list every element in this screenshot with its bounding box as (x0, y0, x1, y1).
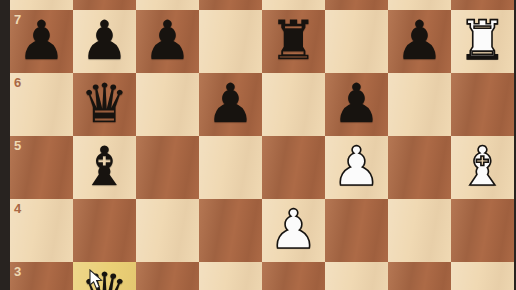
square-g3[interactable] (388, 262, 451, 290)
square-d5[interactable] (199, 136, 262, 199)
square-b5[interactable]: ♝ (73, 136, 136, 199)
black-knight-f8[interactable]: ♞ (325, 0, 388, 10)
square-g5[interactable] (388, 136, 451, 199)
rank-label-3: 3 (14, 264, 21, 279)
black-bishop-b5[interactable]: ♝ (73, 136, 136, 199)
square-d4[interactable] (199, 199, 262, 262)
square-e4[interactable]: ♟ (262, 199, 325, 262)
square-b7[interactable]: ♟ (73, 10, 136, 73)
square-e3[interactable] (262, 262, 325, 290)
square-a3[interactable]: 3 (10, 262, 73, 290)
rank-label-5: 5 (14, 138, 21, 153)
square-g7[interactable]: ♟ (388, 10, 451, 73)
page: ♞♚7♟♟♟♜♟♜6♛♟♟5♝♟♝4♟3♛ (0, 0, 516, 290)
rank-label-4: 4 (14, 201, 21, 216)
square-b6[interactable]: ♛ (73, 73, 136, 136)
square-g6[interactable] (388, 73, 451, 136)
square-g4[interactable] (388, 199, 451, 262)
square-c6[interactable] (136, 73, 199, 136)
square-c7[interactable]: ♟ (136, 10, 199, 73)
square-c3[interactable] (136, 262, 199, 290)
square-a5[interactable]: 5 (10, 136, 73, 199)
chess-board: ♞♚7♟♟♟♜♟♜6♛♟♟5♝♟♝4♟3♛ (10, 0, 514, 290)
square-f3[interactable] (325, 262, 388, 290)
square-h6[interactable] (451, 73, 514, 136)
square-h5[interactable]: ♝ (451, 136, 514, 199)
square-a7[interactable]: 7♟ (10, 10, 73, 73)
black-pawn-d6[interactable]: ♟ (199, 73, 262, 136)
square-d7[interactable] (199, 10, 262, 73)
square-d6[interactable]: ♟ (199, 73, 262, 136)
square-f8[interactable]: ♞ (325, 0, 388, 10)
white-pawn-f5[interactable]: ♟ (325, 136, 388, 199)
white-bishop-h5[interactable]: ♝ (451, 136, 514, 199)
square-b4[interactable] (73, 199, 136, 262)
square-f6[interactable]: ♟ (325, 73, 388, 136)
black-rook-e7[interactable]: ♜ (262, 10, 325, 73)
square-c5[interactable] (136, 136, 199, 199)
square-h4[interactable] (451, 199, 514, 262)
square-c4[interactable] (136, 199, 199, 262)
square-d8[interactable] (199, 0, 262, 10)
black-pawn-c7[interactable]: ♟ (136, 10, 199, 73)
square-e7[interactable]: ♜ (262, 10, 325, 73)
square-f7[interactable] (325, 10, 388, 73)
square-a4[interactable]: 4 (10, 199, 73, 262)
black-pawn-g7[interactable]: ♟ (388, 10, 451, 73)
square-f4[interactable] (325, 199, 388, 262)
square-e6[interactable] (262, 73, 325, 136)
rank-label-6: 6 (14, 75, 21, 90)
square-f5[interactable]: ♟ (325, 136, 388, 199)
white-rook-h7[interactable]: ♜ (451, 10, 514, 73)
square-d3[interactable] (199, 262, 262, 290)
black-pawn-b7[interactable]: ♟ (73, 10, 136, 73)
white-pawn-e4[interactable]: ♟ (262, 199, 325, 262)
black-queen-b6[interactable]: ♛ (73, 73, 136, 136)
square-h3[interactable] (451, 262, 514, 290)
square-e5[interactable] (262, 136, 325, 199)
square-a6[interactable]: 6 (10, 73, 73, 136)
rank-label-7: 7 (14, 12, 21, 27)
mouse-cursor-icon (89, 269, 105, 290)
black-pawn-f6[interactable]: ♟ (325, 73, 388, 136)
square-h7[interactable]: ♜ (451, 10, 514, 73)
